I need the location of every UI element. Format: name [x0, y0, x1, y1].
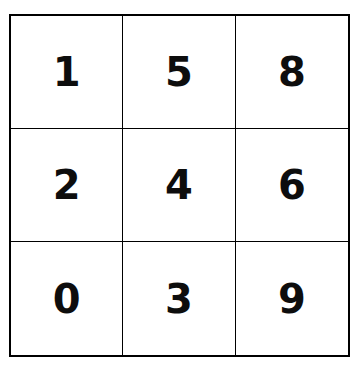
grid-cell-r2c1[interactable]: 2: [11, 129, 123, 242]
grid-cell-r3c3[interactable]: 9: [236, 242, 348, 355]
grid-cell-r3c2[interactable]: 3: [123, 242, 235, 355]
grid-cell-r1c2[interactable]: 5: [123, 16, 235, 129]
grid-cell-r3c1[interactable]: 0: [11, 242, 123, 355]
grid-cell-r2c3[interactable]: 6: [236, 129, 348, 242]
grid-cell-r1c3[interactable]: 8: [236, 16, 348, 129]
grid-cell-r2c2[interactable]: 4: [123, 129, 235, 242]
grid-cell-r1c1[interactable]: 1: [11, 16, 123, 129]
puzzle-board: 1 5 8 2 4 6 0 3 9: [9, 14, 350, 357]
